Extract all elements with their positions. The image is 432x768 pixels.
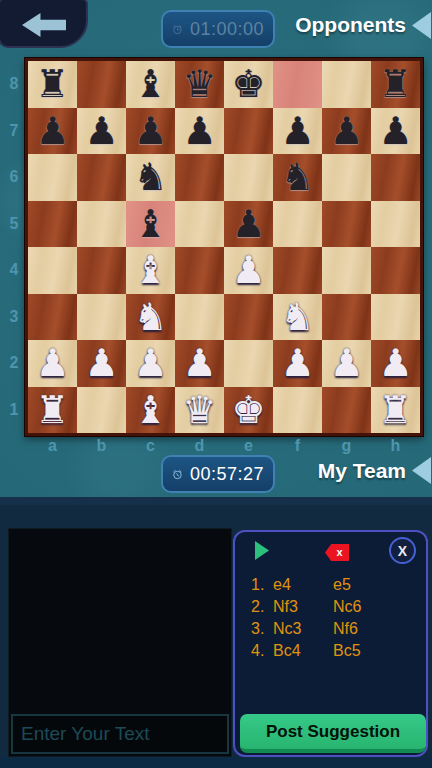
square-d2[interactable]: ♟ bbox=[175, 340, 224, 387]
piece-white-queen: ♛ bbox=[182, 387, 216, 433]
square-e3[interactable] bbox=[224, 294, 273, 341]
chess-board-frame: ♜♝♛♚♜♟♟♟♟♟♟♟♞♞♝♟♝♟♞♞♟♟♟♟♟♟♟♜♝♛♚♜ bbox=[25, 58, 423, 436]
square-h1[interactable]: ♜ bbox=[371, 387, 420, 434]
square-c4[interactable]: ♝ bbox=[126, 247, 175, 294]
square-e5[interactable]: ♟ bbox=[224, 201, 273, 248]
square-a6[interactable] bbox=[28, 154, 77, 201]
white-move: e4 bbox=[273, 576, 333, 594]
piece-white-bishop: ♝ bbox=[133, 387, 167, 433]
section-divider bbox=[0, 497, 432, 505]
suggestion-panel: x X 1. e4 e5 2. Nf3 Nc6 3. Nc3 Nf6 4. bbox=[233, 530, 428, 757]
move-row: 4. Bc4 Bc5 bbox=[251, 640, 403, 662]
piece-black-bishop: ♝ bbox=[133, 61, 167, 107]
chat-placeholder: Enter Your Text bbox=[21, 723, 150, 745]
square-d4[interactable] bbox=[175, 247, 224, 294]
square-c7[interactable]: ♟ bbox=[126, 108, 175, 155]
square-g7[interactable]: ♟ bbox=[322, 108, 371, 155]
square-d3[interactable] bbox=[175, 294, 224, 341]
square-c6[interactable]: ♞ bbox=[126, 154, 175, 201]
file-label: g bbox=[322, 437, 371, 455]
square-c2[interactable]: ♟ bbox=[126, 340, 175, 387]
square-a7[interactable]: ♟ bbox=[28, 108, 77, 155]
move-row: 3. Nc3 Nf6 bbox=[251, 618, 403, 640]
square-e6[interactable] bbox=[224, 154, 273, 201]
white-move: Nc3 bbox=[273, 620, 333, 638]
square-a5[interactable] bbox=[28, 201, 77, 248]
file-label: c bbox=[126, 437, 175, 455]
square-f2[interactable]: ♟ bbox=[273, 340, 322, 387]
piece-white-pawn: ♟ bbox=[329, 340, 363, 386]
piece-white-pawn: ♟ bbox=[231, 247, 265, 293]
move-row: 1. e4 e5 bbox=[251, 574, 403, 596]
white-move: Nf3 bbox=[273, 598, 333, 616]
square-f3[interactable]: ♞ bbox=[273, 294, 322, 341]
square-c3[interactable]: ♞ bbox=[126, 294, 175, 341]
square-g3[interactable] bbox=[322, 294, 371, 341]
move-number: 4. bbox=[251, 642, 273, 660]
square-a1[interactable]: ♜ bbox=[28, 387, 77, 434]
my-team-label: My Team bbox=[206, 459, 406, 483]
black-move: e5 bbox=[333, 576, 403, 594]
square-f8[interactable] bbox=[273, 61, 322, 108]
piece-black-rook: ♜ bbox=[378, 61, 412, 107]
piece-white-pawn: ♟ bbox=[280, 340, 314, 386]
rank-label: 7 bbox=[4, 122, 24, 140]
square-h6[interactable] bbox=[371, 154, 420, 201]
piece-black-knight: ♞ bbox=[133, 154, 167, 200]
opponents-label: Opponents bbox=[206, 13, 406, 37]
square-f4[interactable] bbox=[273, 247, 322, 294]
bottom-strip bbox=[0, 757, 432, 768]
piece-black-pawn: ♟ bbox=[378, 108, 412, 154]
square-b7[interactable]: ♟ bbox=[77, 108, 126, 155]
back-arrow-icon bbox=[22, 13, 66, 37]
file-label: a bbox=[28, 437, 77, 455]
square-h7[interactable]: ♟ bbox=[371, 108, 420, 155]
move-list: 1. e4 e5 2. Nf3 Nc6 3. Nc3 Nf6 4. Bc4 Bc… bbox=[251, 574, 403, 662]
piece-black-queen: ♛ bbox=[182, 61, 216, 107]
square-g5[interactable] bbox=[322, 201, 371, 248]
file-label: b bbox=[77, 437, 126, 455]
close-icon: X bbox=[398, 543, 407, 559]
piece-black-king: ♚ bbox=[231, 61, 265, 107]
square-b5[interactable] bbox=[77, 201, 126, 248]
square-b6[interactable] bbox=[77, 154, 126, 201]
file-labels: a b c d e f g h bbox=[28, 437, 420, 455]
file-label: f bbox=[273, 437, 322, 455]
square-h3[interactable] bbox=[371, 294, 420, 341]
piece-black-pawn: ♟ bbox=[35, 108, 69, 154]
rank-label: 3 bbox=[4, 308, 24, 326]
square-c8[interactable]: ♝ bbox=[126, 61, 175, 108]
piece-black-rook: ♜ bbox=[35, 61, 69, 107]
file-label: e bbox=[224, 437, 273, 455]
square-a3[interactable] bbox=[28, 294, 77, 341]
piece-black-pawn: ♟ bbox=[84, 108, 118, 154]
move-number: 2. bbox=[251, 598, 273, 616]
piece-black-pawn: ♟ bbox=[231, 201, 265, 247]
square-a8[interactable]: ♜ bbox=[28, 61, 77, 108]
reject-icon[interactable]: x bbox=[325, 544, 349, 561]
rank-label: 5 bbox=[4, 215, 24, 233]
square-b8[interactable] bbox=[77, 61, 126, 108]
square-h5[interactable] bbox=[371, 201, 420, 248]
black-move: Nc6 bbox=[333, 598, 403, 616]
square-e7[interactable] bbox=[224, 108, 273, 155]
square-a2[interactable]: ♟ bbox=[28, 340, 77, 387]
move-row: 2. Nf3 Nc6 bbox=[251, 596, 403, 618]
piece-white-pawn: ♟ bbox=[133, 340, 167, 386]
piece-white-pawn: ♟ bbox=[378, 340, 412, 386]
square-e8[interactable]: ♚ bbox=[224, 61, 273, 108]
opponents-arrow-icon[interactable] bbox=[412, 12, 431, 39]
piece-black-knight: ♞ bbox=[280, 154, 314, 200]
square-e2[interactable] bbox=[224, 340, 273, 387]
square-d5[interactable] bbox=[175, 201, 224, 248]
piece-white-king: ♚ bbox=[231, 387, 265, 433]
piece-white-pawn: ♟ bbox=[84, 340, 118, 386]
piece-white-knight: ♞ bbox=[133, 294, 167, 340]
post-suggestion-button[interactable]: Post Suggestion bbox=[240, 714, 426, 753]
square-d1[interactable]: ♛ bbox=[175, 387, 224, 434]
white-move: Bc4 bbox=[273, 642, 333, 660]
piece-white-pawn: ♟ bbox=[35, 340, 69, 386]
square-g4[interactable] bbox=[322, 247, 371, 294]
square-c5[interactable]: ♝ bbox=[126, 201, 175, 248]
square-d7[interactable]: ♟ bbox=[175, 108, 224, 155]
back-button[interactable] bbox=[0, 0, 88, 48]
square-g1[interactable] bbox=[322, 387, 371, 434]
piece-black-bishop: ♝ bbox=[133, 201, 167, 247]
chat-text-input[interactable]: Enter Your Text bbox=[11, 714, 229, 754]
move-number: 3. bbox=[251, 620, 273, 638]
rank-label: 4 bbox=[4, 261, 24, 279]
piece-white-bishop: ♝ bbox=[133, 247, 167, 293]
piece-white-rook: ♜ bbox=[378, 387, 412, 433]
rank-label: 1 bbox=[4, 401, 24, 419]
alarm-clock-icon bbox=[172, 461, 183, 488]
piece-white-pawn: ♟ bbox=[182, 340, 216, 386]
piece-white-knight: ♞ bbox=[280, 294, 314, 340]
my-team-arrow-icon[interactable] bbox=[412, 457, 431, 484]
square-a4[interactable] bbox=[28, 247, 77, 294]
square-b1[interactable] bbox=[77, 387, 126, 434]
square-d8[interactable]: ♛ bbox=[175, 61, 224, 108]
chat-box: Enter Your Text bbox=[8, 528, 232, 757]
rank-label: 2 bbox=[4, 354, 24, 372]
close-panel-button[interactable]: X bbox=[389, 537, 416, 564]
square-g2[interactable]: ♟ bbox=[322, 340, 371, 387]
rank-label: 8 bbox=[4, 75, 24, 93]
square-f7[interactable]: ♟ bbox=[273, 108, 322, 155]
piece-black-pawn: ♟ bbox=[329, 108, 363, 154]
square-h8[interactable]: ♜ bbox=[371, 61, 420, 108]
black-move: Nf6 bbox=[333, 620, 403, 638]
piece-white-rook: ♜ bbox=[35, 387, 69, 433]
square-g6[interactable] bbox=[322, 154, 371, 201]
square-b2[interactable]: ♟ bbox=[77, 340, 126, 387]
app-screen: 01:00:00 Opponents 8 7 6 5 4 3 2 1 ♜♝♛♚♜… bbox=[0, 0, 432, 768]
black-move: Bc5 bbox=[333, 642, 403, 660]
file-label: h bbox=[371, 437, 420, 455]
square-f1[interactable] bbox=[273, 387, 322, 434]
rank-labels: 8 7 6 5 4 3 2 1 bbox=[4, 61, 24, 433]
square-g8[interactable] bbox=[322, 61, 371, 108]
piece-black-pawn: ♟ bbox=[280, 108, 314, 154]
move-number: 1. bbox=[251, 576, 273, 594]
alarm-clock-icon bbox=[172, 16, 183, 43]
file-label: d bbox=[175, 437, 224, 455]
piece-black-pawn: ♟ bbox=[182, 108, 216, 154]
square-e1[interactable]: ♚ bbox=[224, 387, 273, 434]
play-icon[interactable] bbox=[255, 541, 269, 560]
square-h4[interactable] bbox=[371, 247, 420, 294]
square-e4[interactable]: ♟ bbox=[224, 247, 273, 294]
square-b4[interactable] bbox=[77, 247, 126, 294]
square-b3[interactable] bbox=[77, 294, 126, 341]
square-h2[interactable]: ♟ bbox=[371, 340, 420, 387]
square-f6[interactable]: ♞ bbox=[273, 154, 322, 201]
square-f5[interactable] bbox=[273, 201, 322, 248]
board: ♜♝♛♚♜♟♟♟♟♟♟♟♞♞♝♟♝♟♞♞♟♟♟♟♟♟♟♜♝♛♚♜ bbox=[28, 61, 420, 433]
piece-black-pawn: ♟ bbox=[133, 108, 167, 154]
square-c1[interactable]: ♝ bbox=[126, 387, 175, 434]
rank-label: 6 bbox=[4, 168, 24, 186]
square-d6[interactable] bbox=[175, 154, 224, 201]
